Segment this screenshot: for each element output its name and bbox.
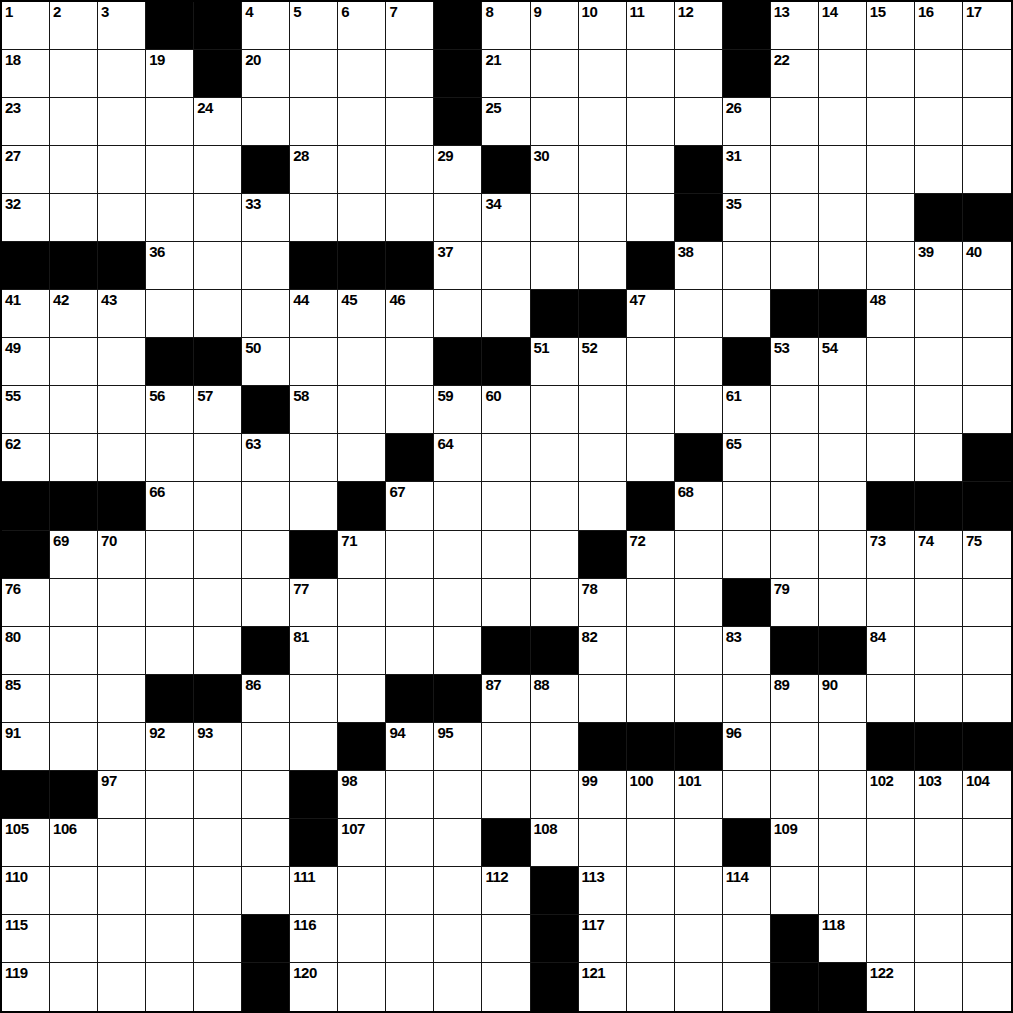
grid-cell[interactable] bbox=[675, 627, 723, 675]
grid-cell[interactable] bbox=[194, 963, 242, 1011]
grid-cell[interactable] bbox=[386, 531, 434, 579]
grid-cell[interactable] bbox=[146, 915, 194, 963]
grid-cell[interactable] bbox=[531, 242, 579, 290]
grid-cell[interactable] bbox=[482, 434, 530, 482]
grid-cell[interactable]: 122 bbox=[867, 963, 915, 1011]
grid-cell[interactable] bbox=[146, 146, 194, 194]
grid-cell[interactable] bbox=[771, 146, 819, 194]
grid-cell[interactable]: 90 bbox=[819, 675, 867, 723]
grid-cell[interactable] bbox=[98, 675, 146, 723]
grid-cell[interactable]: 75 bbox=[963, 531, 1011, 579]
grid-cell[interactable] bbox=[50, 338, 98, 386]
grid-cell[interactable]: 69 bbox=[50, 531, 98, 579]
grid-cell[interactable] bbox=[627, 98, 675, 146]
grid-cell[interactable] bbox=[627, 627, 675, 675]
grid-cell[interactable] bbox=[867, 867, 915, 915]
grid-cell[interactable]: 41 bbox=[2, 290, 50, 338]
grid-cell[interactable] bbox=[50, 627, 98, 675]
grid-cell[interactable] bbox=[242, 98, 290, 146]
grid-cell[interactable] bbox=[482, 915, 530, 963]
grid-cell[interactable]: 55 bbox=[2, 386, 50, 434]
grid-cell[interactable] bbox=[290, 98, 338, 146]
grid-cell[interactable] bbox=[723, 531, 771, 579]
grid-cell[interactable]: 50 bbox=[242, 338, 290, 386]
grid-cell[interactable] bbox=[723, 915, 771, 963]
grid-cell[interactable]: 62 bbox=[2, 434, 50, 482]
grid-cell[interactable] bbox=[50, 579, 98, 627]
grid-cell[interactable] bbox=[819, 723, 867, 771]
grid-cell[interactable] bbox=[771, 434, 819, 482]
grid-cell[interactable] bbox=[579, 434, 627, 482]
grid-cell[interactable]: 14 bbox=[819, 2, 867, 50]
grid-cell[interactable]: 24 bbox=[194, 98, 242, 146]
grid-cell[interactable] bbox=[194, 771, 242, 819]
grid-cell[interactable] bbox=[482, 531, 530, 579]
grid-cell[interactable] bbox=[50, 434, 98, 482]
grid-cell[interactable] bbox=[338, 915, 386, 963]
grid-cell[interactable]: 108 bbox=[531, 819, 579, 867]
grid-cell[interactable] bbox=[338, 579, 386, 627]
grid-cell[interactable] bbox=[98, 50, 146, 98]
grid-cell[interactable] bbox=[386, 915, 434, 963]
grid-cell[interactable]: 63 bbox=[242, 434, 290, 482]
grid-cell[interactable]: 30 bbox=[531, 146, 579, 194]
grid-cell[interactable]: 117 bbox=[579, 915, 627, 963]
grid-cell[interactable] bbox=[531, 434, 579, 482]
grid-cell[interactable] bbox=[146, 531, 194, 579]
grid-cell[interactable] bbox=[242, 290, 290, 338]
grid-cell[interactable]: 96 bbox=[723, 723, 771, 771]
grid-cell[interactable]: 71 bbox=[338, 531, 386, 579]
grid-cell[interactable]: 56 bbox=[146, 386, 194, 434]
grid-cell[interactable]: 13 bbox=[771, 2, 819, 50]
grid-cell[interactable]: 15 bbox=[867, 2, 915, 50]
grid-cell[interactable] bbox=[338, 386, 386, 434]
grid-cell[interactable]: 74 bbox=[915, 531, 963, 579]
grid-cell[interactable] bbox=[675, 963, 723, 1011]
grid-cell[interactable] bbox=[338, 146, 386, 194]
grid-cell[interactable]: 28 bbox=[290, 146, 338, 194]
grid-cell[interactable] bbox=[627, 386, 675, 434]
grid-cell[interactable]: 22 bbox=[771, 50, 819, 98]
grid-cell[interactable] bbox=[915, 867, 963, 915]
grid-cell[interactable] bbox=[98, 867, 146, 915]
grid-cell[interactable]: 82 bbox=[579, 627, 627, 675]
grid-cell[interactable] bbox=[819, 242, 867, 290]
grid-cell[interactable] bbox=[963, 627, 1011, 675]
grid-cell[interactable] bbox=[915, 434, 963, 482]
grid-cell[interactable] bbox=[290, 338, 338, 386]
grid-cell[interactable]: 112 bbox=[482, 867, 530, 915]
grid-cell[interactable]: 88 bbox=[531, 675, 579, 723]
grid-cell[interactable]: 64 bbox=[434, 434, 482, 482]
grid-cell[interactable] bbox=[434, 915, 482, 963]
grid-cell[interactable]: 44 bbox=[290, 290, 338, 338]
grid-cell[interactable]: 36 bbox=[146, 242, 194, 290]
grid-cell[interactable] bbox=[50, 723, 98, 771]
grid-cell[interactable] bbox=[98, 434, 146, 482]
grid-cell[interactable] bbox=[627, 434, 675, 482]
grid-cell[interactable]: 83 bbox=[723, 627, 771, 675]
grid-cell[interactable] bbox=[146, 194, 194, 242]
grid-cell[interactable] bbox=[50, 386, 98, 434]
grid-cell[interactable]: 1 bbox=[2, 2, 50, 50]
grid-cell[interactable]: 42 bbox=[50, 290, 98, 338]
grid-cell[interactable]: 100 bbox=[627, 771, 675, 819]
grid-cell[interactable] bbox=[531, 531, 579, 579]
grid-cell[interactable]: 7 bbox=[386, 2, 434, 50]
grid-cell[interactable] bbox=[338, 434, 386, 482]
grid-cell[interactable]: 19 bbox=[146, 50, 194, 98]
grid-cell[interactable] bbox=[579, 819, 627, 867]
grid-cell[interactable]: 6 bbox=[338, 2, 386, 50]
grid-cell[interactable] bbox=[290, 434, 338, 482]
grid-cell[interactable] bbox=[194, 290, 242, 338]
grid-cell[interactable]: 29 bbox=[434, 146, 482, 194]
grid-cell[interactable] bbox=[819, 386, 867, 434]
grid-cell[interactable] bbox=[242, 242, 290, 290]
grid-cell[interactable]: 120 bbox=[290, 963, 338, 1011]
grid-cell[interactable] bbox=[194, 867, 242, 915]
grid-cell[interactable]: 77 bbox=[290, 579, 338, 627]
grid-cell[interactable]: 37 bbox=[434, 242, 482, 290]
grid-cell[interactable] bbox=[194, 579, 242, 627]
grid-cell[interactable]: 87 bbox=[482, 675, 530, 723]
grid-cell[interactable]: 95 bbox=[434, 723, 482, 771]
grid-cell[interactable]: 97 bbox=[98, 771, 146, 819]
grid-cell[interactable] bbox=[482, 771, 530, 819]
grid-cell[interactable]: 23 bbox=[2, 98, 50, 146]
grid-cell[interactable] bbox=[194, 531, 242, 579]
grid-cell[interactable] bbox=[50, 98, 98, 146]
grid-cell[interactable] bbox=[242, 867, 290, 915]
grid-cell[interactable] bbox=[434, 579, 482, 627]
grid-cell[interactable]: 105 bbox=[2, 819, 50, 867]
grid-cell[interactable] bbox=[867, 434, 915, 482]
grid-cell[interactable]: 98 bbox=[338, 771, 386, 819]
grid-cell[interactable]: 70 bbox=[98, 531, 146, 579]
grid-cell[interactable] bbox=[146, 579, 194, 627]
grid-cell[interactable] bbox=[434, 531, 482, 579]
grid-cell[interactable]: 34 bbox=[482, 194, 530, 242]
grid-cell[interactable] bbox=[531, 771, 579, 819]
grid-cell[interactable] bbox=[915, 579, 963, 627]
grid-cell[interactable]: 26 bbox=[723, 98, 771, 146]
grid-cell[interactable]: 9 bbox=[531, 2, 579, 50]
grid-cell[interactable]: 17 bbox=[963, 2, 1011, 50]
grid-cell[interactable] bbox=[290, 723, 338, 771]
grid-cell[interactable]: 8 bbox=[482, 2, 530, 50]
grid-cell[interactable]: 101 bbox=[675, 771, 723, 819]
grid-cell[interactable] bbox=[146, 434, 194, 482]
grid-cell[interactable] bbox=[98, 386, 146, 434]
grid-cell[interactable] bbox=[434, 194, 482, 242]
grid-cell[interactable] bbox=[579, 50, 627, 98]
grid-cell[interactable]: 38 bbox=[675, 242, 723, 290]
grid-cell[interactable] bbox=[819, 434, 867, 482]
grid-cell[interactable] bbox=[194, 627, 242, 675]
grid-cell[interactable]: 86 bbox=[242, 675, 290, 723]
grid-cell[interactable]: 73 bbox=[867, 531, 915, 579]
grid-cell[interactable] bbox=[386, 50, 434, 98]
grid-cell[interactable] bbox=[386, 627, 434, 675]
grid-cell[interactable] bbox=[915, 627, 963, 675]
grid-cell[interactable] bbox=[963, 338, 1011, 386]
grid-cell[interactable] bbox=[98, 194, 146, 242]
grid-cell[interactable]: 33 bbox=[242, 194, 290, 242]
grid-cell[interactable] bbox=[386, 146, 434, 194]
grid-cell[interactable] bbox=[338, 194, 386, 242]
grid-cell[interactable] bbox=[146, 290, 194, 338]
grid-cell[interactable]: 60 bbox=[482, 386, 530, 434]
grid-cell[interactable] bbox=[867, 338, 915, 386]
grid-cell[interactable]: 106 bbox=[50, 819, 98, 867]
grid-cell[interactable] bbox=[723, 675, 771, 723]
grid-cell[interactable]: 59 bbox=[434, 386, 482, 434]
grid-cell[interactable] bbox=[963, 819, 1011, 867]
grid-cell[interactable] bbox=[338, 338, 386, 386]
grid-cell[interactable] bbox=[482, 290, 530, 338]
grid-cell[interactable] bbox=[386, 819, 434, 867]
grid-cell[interactable] bbox=[386, 98, 434, 146]
grid-cell[interactable] bbox=[675, 867, 723, 915]
grid-cell[interactable] bbox=[434, 482, 482, 530]
grid-cell[interactable]: 53 bbox=[771, 338, 819, 386]
grid-cell[interactable]: 10 bbox=[579, 2, 627, 50]
grid-cell[interactable] bbox=[146, 819, 194, 867]
grid-cell[interactable] bbox=[867, 915, 915, 963]
grid-cell[interactable] bbox=[675, 338, 723, 386]
grid-cell[interactable]: 79 bbox=[771, 579, 819, 627]
grid-cell[interactable] bbox=[963, 290, 1011, 338]
grid-cell[interactable] bbox=[915, 819, 963, 867]
grid-cell[interactable]: 54 bbox=[819, 338, 867, 386]
grid-cell[interactable] bbox=[675, 98, 723, 146]
grid-cell[interactable] bbox=[963, 915, 1011, 963]
grid-cell[interactable] bbox=[867, 194, 915, 242]
grid-cell[interactable]: 121 bbox=[579, 963, 627, 1011]
grid-cell[interactable] bbox=[531, 723, 579, 771]
grid-cell[interactable] bbox=[867, 675, 915, 723]
grid-cell[interactable] bbox=[915, 386, 963, 434]
grid-cell[interactable] bbox=[98, 579, 146, 627]
grid-cell[interactable] bbox=[819, 819, 867, 867]
grid-cell[interactable] bbox=[434, 771, 482, 819]
grid-cell[interactable] bbox=[98, 146, 146, 194]
grid-cell[interactable] bbox=[242, 723, 290, 771]
grid-cell[interactable] bbox=[867, 819, 915, 867]
grid-cell[interactable] bbox=[963, 867, 1011, 915]
grid-cell[interactable] bbox=[579, 146, 627, 194]
grid-cell[interactable]: 84 bbox=[867, 627, 915, 675]
grid-cell[interactable] bbox=[579, 386, 627, 434]
grid-cell[interactable] bbox=[98, 963, 146, 1011]
grid-cell[interactable] bbox=[963, 963, 1011, 1011]
grid-cell[interactable] bbox=[627, 819, 675, 867]
grid-cell[interactable] bbox=[867, 386, 915, 434]
grid-cell[interactable] bbox=[146, 963, 194, 1011]
grid-cell[interactable] bbox=[482, 579, 530, 627]
grid-cell[interactable] bbox=[819, 98, 867, 146]
grid-cell[interactable] bbox=[723, 242, 771, 290]
grid-cell[interactable] bbox=[242, 579, 290, 627]
grid-cell[interactable] bbox=[819, 482, 867, 530]
grid-cell[interactable]: 16 bbox=[915, 2, 963, 50]
grid-cell[interactable]: 119 bbox=[2, 963, 50, 1011]
grid-cell[interactable] bbox=[963, 675, 1011, 723]
grid-cell[interactable]: 102 bbox=[867, 771, 915, 819]
grid-cell[interactable] bbox=[579, 482, 627, 530]
grid-cell[interactable] bbox=[482, 963, 530, 1011]
grid-cell[interactable] bbox=[194, 915, 242, 963]
grid-cell[interactable] bbox=[627, 675, 675, 723]
grid-cell[interactable]: 40 bbox=[963, 242, 1011, 290]
grid-cell[interactable]: 115 bbox=[2, 915, 50, 963]
grid-cell[interactable]: 65 bbox=[723, 434, 771, 482]
grid-cell[interactable] bbox=[386, 579, 434, 627]
grid-cell[interactable] bbox=[386, 194, 434, 242]
grid-cell[interactable] bbox=[579, 242, 627, 290]
grid-cell[interactable]: 11 bbox=[627, 2, 675, 50]
grid-cell[interactable] bbox=[819, 50, 867, 98]
grid-cell[interactable] bbox=[50, 963, 98, 1011]
grid-cell[interactable] bbox=[963, 386, 1011, 434]
grid-cell[interactable] bbox=[627, 146, 675, 194]
grid-cell[interactable] bbox=[338, 867, 386, 915]
grid-cell[interactable] bbox=[915, 338, 963, 386]
grid-cell[interactable] bbox=[579, 194, 627, 242]
grid-cell[interactable]: 47 bbox=[627, 290, 675, 338]
grid-cell[interactable] bbox=[386, 963, 434, 1011]
grid-cell[interactable] bbox=[50, 867, 98, 915]
grid-cell[interactable] bbox=[819, 579, 867, 627]
grid-cell[interactable] bbox=[675, 50, 723, 98]
grid-cell[interactable] bbox=[771, 194, 819, 242]
grid-cell[interactable] bbox=[146, 771, 194, 819]
grid-cell[interactable] bbox=[242, 771, 290, 819]
grid-cell[interactable] bbox=[242, 482, 290, 530]
grid-cell[interactable] bbox=[434, 819, 482, 867]
grid-cell[interactable]: 57 bbox=[194, 386, 242, 434]
grid-cell[interactable]: 49 bbox=[2, 338, 50, 386]
grid-cell[interactable]: 114 bbox=[723, 867, 771, 915]
grid-cell[interactable] bbox=[194, 194, 242, 242]
grid-cell[interactable] bbox=[434, 290, 482, 338]
grid-cell[interactable] bbox=[771, 386, 819, 434]
grid-cell[interactable] bbox=[579, 675, 627, 723]
grid-cell[interactable]: 2 bbox=[50, 2, 98, 50]
grid-cell[interactable] bbox=[771, 531, 819, 579]
grid-cell[interactable] bbox=[723, 290, 771, 338]
grid-cell[interactable] bbox=[963, 146, 1011, 194]
grid-cell[interactable]: 45 bbox=[338, 290, 386, 338]
grid-cell[interactable] bbox=[627, 338, 675, 386]
grid-cell[interactable] bbox=[675, 531, 723, 579]
grid-cell[interactable] bbox=[290, 194, 338, 242]
grid-cell[interactable] bbox=[915, 290, 963, 338]
grid-cell[interactable]: 110 bbox=[2, 867, 50, 915]
grid-cell[interactable] bbox=[963, 579, 1011, 627]
grid-cell[interactable] bbox=[338, 98, 386, 146]
grid-cell[interactable]: 91 bbox=[2, 723, 50, 771]
grid-cell[interactable]: 118 bbox=[819, 915, 867, 963]
grid-cell[interactable] bbox=[50, 146, 98, 194]
grid-cell[interactable]: 81 bbox=[290, 627, 338, 675]
grid-cell[interactable]: 48 bbox=[867, 290, 915, 338]
grid-cell[interactable]: 43 bbox=[98, 290, 146, 338]
grid-cell[interactable] bbox=[482, 482, 530, 530]
grid-cell[interactable] bbox=[531, 579, 579, 627]
grid-cell[interactable] bbox=[675, 386, 723, 434]
grid-cell[interactable] bbox=[531, 50, 579, 98]
grid-cell[interactable]: 4 bbox=[242, 2, 290, 50]
grid-cell[interactable]: 103 bbox=[915, 771, 963, 819]
grid-cell[interactable] bbox=[915, 50, 963, 98]
grid-cell[interactable]: 21 bbox=[482, 50, 530, 98]
grid-cell[interactable] bbox=[579, 98, 627, 146]
grid-cell[interactable] bbox=[819, 867, 867, 915]
grid-cell[interactable] bbox=[482, 242, 530, 290]
grid-cell[interactable] bbox=[867, 50, 915, 98]
grid-cell[interactable]: 116 bbox=[290, 915, 338, 963]
grid-cell[interactable] bbox=[434, 627, 482, 675]
grid-cell[interactable] bbox=[819, 771, 867, 819]
grid-cell[interactable] bbox=[50, 675, 98, 723]
grid-cell[interactable]: 93 bbox=[194, 723, 242, 771]
grid-cell[interactable] bbox=[675, 915, 723, 963]
grid-cell[interactable] bbox=[771, 98, 819, 146]
grid-cell[interactable] bbox=[50, 194, 98, 242]
grid-cell[interactable]: 58 bbox=[290, 386, 338, 434]
grid-cell[interactable] bbox=[627, 963, 675, 1011]
grid-cell[interactable] bbox=[50, 50, 98, 98]
grid-cell[interactable] bbox=[867, 98, 915, 146]
grid-cell[interactable] bbox=[771, 771, 819, 819]
grid-cell[interactable]: 32 bbox=[2, 194, 50, 242]
grid-cell[interactable] bbox=[915, 98, 963, 146]
grid-cell[interactable] bbox=[723, 963, 771, 1011]
grid-cell[interactable] bbox=[627, 867, 675, 915]
grid-cell[interactable] bbox=[338, 627, 386, 675]
grid-cell[interactable]: 3 bbox=[98, 2, 146, 50]
grid-cell[interactable] bbox=[531, 386, 579, 434]
grid-cell[interactable]: 5 bbox=[290, 2, 338, 50]
grid-cell[interactable] bbox=[434, 867, 482, 915]
grid-cell[interactable] bbox=[194, 482, 242, 530]
grid-cell[interactable] bbox=[50, 915, 98, 963]
grid-cell[interactable] bbox=[338, 675, 386, 723]
grid-cell[interactable] bbox=[531, 194, 579, 242]
grid-cell[interactable]: 78 bbox=[579, 579, 627, 627]
grid-cell[interactable]: 25 bbox=[482, 98, 530, 146]
grid-cell[interactable]: 76 bbox=[2, 579, 50, 627]
grid-cell[interactable] bbox=[194, 242, 242, 290]
grid-cell[interactable]: 107 bbox=[338, 819, 386, 867]
grid-cell[interactable] bbox=[867, 242, 915, 290]
grid-cell[interactable] bbox=[915, 146, 963, 194]
grid-cell[interactable] bbox=[675, 675, 723, 723]
grid-cell[interactable]: 18 bbox=[2, 50, 50, 98]
grid-cell[interactable]: 92 bbox=[146, 723, 194, 771]
grid-cell[interactable] bbox=[386, 771, 434, 819]
grid-cell[interactable] bbox=[819, 531, 867, 579]
grid-cell[interactable] bbox=[146, 627, 194, 675]
grid-cell[interactable] bbox=[194, 434, 242, 482]
grid-cell[interactable] bbox=[963, 98, 1011, 146]
grid-cell[interactable]: 89 bbox=[771, 675, 819, 723]
grid-cell[interactable] bbox=[386, 338, 434, 386]
grid-cell[interactable] bbox=[146, 98, 194, 146]
